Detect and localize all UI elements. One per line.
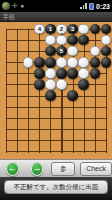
- stone-white: [45, 35, 56, 46]
- signal-icon: [80, 3, 87, 9]
- arrow-right-icon: →: [33, 163, 42, 173]
- stone-black: [45, 90, 56, 101]
- stone-white: [56, 57, 67, 68]
- move-number-label: 1: [49, 26, 52, 32]
- bottom-toolbar: ← → 参照 Check: [0, 159, 112, 177]
- stone-white: [78, 57, 89, 68]
- stone-white: [23, 57, 34, 68]
- stone-black: [90, 68, 101, 79]
- arrow-left-icon: ←: [8, 163, 17, 173]
- goban[interactable]: 41235: [0, 22, 112, 159]
- prev-move-button[interactable]: ←: [6, 162, 19, 176]
- stone-white: [56, 79, 67, 90]
- stone-white: [67, 57, 78, 68]
- stone-white: [45, 79, 56, 90]
- stone-black: [56, 68, 67, 79]
- stone-black: [34, 57, 45, 68]
- stone-black: [34, 68, 45, 79]
- result-message-button[interactable]: 不正解です。次数分後に出題: [4, 180, 108, 194]
- move-number-label: 4: [38, 26, 41, 32]
- move-number-label: 3: [71, 26, 74, 32]
- move-number-label: 2: [60, 26, 63, 32]
- stone-black: [90, 57, 101, 68]
- stone-black: [45, 57, 56, 68]
- stone-black: [34, 79, 45, 90]
- usb-icon: ●: [20, 2, 24, 10]
- status-bar-left: ✛ ●: [2, 2, 80, 10]
- stone-black: [67, 68, 78, 79]
- stone-white: [56, 35, 67, 46]
- notification-icon: ✛: [12, 2, 18, 10]
- app-screen: ✛ ● 0:23 手筋 41235 ← → 参照 Check 不正解です。次数分…: [0, 0, 112, 200]
- stone-black: [67, 90, 78, 101]
- stone-white: [78, 68, 89, 79]
- check-button[interactable]: Check: [80, 162, 112, 176]
- app-icon: [2, 2, 10, 10]
- status-bar-right: 0:23: [80, 3, 110, 10]
- stone-white: [45, 68, 56, 79]
- stone-black: [101, 46, 112, 57]
- title-bar: 手筋: [0, 12, 112, 22]
- stone-white: 4: [34, 24, 45, 35]
- stone-black: [101, 24, 112, 35]
- page-title: 手筋: [3, 12, 15, 22]
- reference-button[interactable]: 参照: [51, 162, 75, 176]
- stone-black: [45, 46, 56, 57]
- stone-white: 2: [56, 24, 67, 35]
- footer-bar: 不正解です。次数分後に出題: [0, 177, 112, 200]
- next-move-button[interactable]: →: [31, 162, 44, 176]
- move-number-label: 5: [60, 48, 63, 54]
- status-clock: 0:23: [96, 3, 110, 10]
- stone-black: [78, 79, 89, 90]
- stone-black: [101, 57, 112, 68]
- stone-black: 3: [67, 24, 78, 35]
- stone-black: 1: [45, 24, 56, 35]
- battery-icon: [89, 3, 94, 10]
- status-bar: ✛ ● 0:23: [0, 0, 112, 12]
- stone-white: [101, 35, 112, 46]
